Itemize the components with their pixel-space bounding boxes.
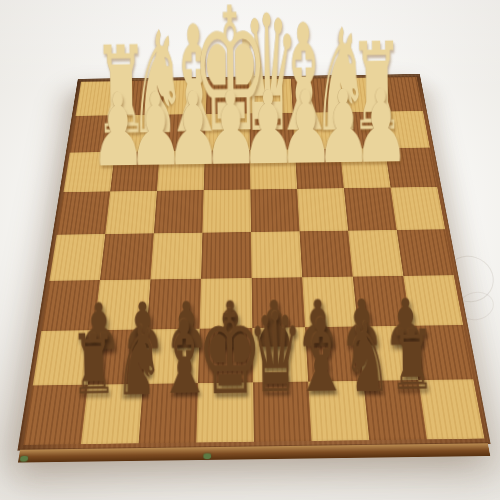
scene: ♜♞♝♚♛♝♞♜♟♟♟♟♟♟♟♟♟♟♟♟♟♟♟♟♜♞♝♚♛♝♞♜: [0, 0, 500, 500]
pawn-glyph: ♟: [352, 76, 409, 177]
king-glyph: ♚: [196, 293, 263, 411]
chess-board: ♜♞♝♚♛♝♞♜♟♟♟♟♟♟♟♟♟♟♟♟♟♟♟♟♜♞♝♚♛♝♞♜: [17, 74, 490, 451]
felt-pad: [203, 453, 211, 459]
felt-pad: [20, 456, 28, 462]
rook-glyph: ♜: [388, 320, 435, 403]
pieces-layer: ♜♞♝♚♛♝♞♜♟♟♟♟♟♟♟♟♟♟♟♟♟♟♟♟♜♞♝♚♛♝♞♜: [72, 103, 434, 399]
photo-viewport: ♜♞♝♚♛♝♞♜♟♟♟♟♟♟♟♟♟♟♟♟♟♟♟♟♜♞♝♚♛♝♞♜: [0, 0, 500, 500]
rook-glyph: ♜: [70, 324, 117, 407]
